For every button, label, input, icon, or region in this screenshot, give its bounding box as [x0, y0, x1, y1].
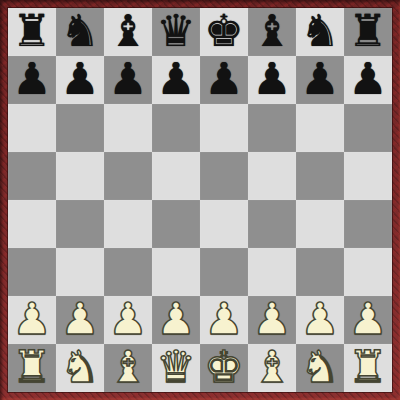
square-e7[interactable]: ♟ — [200, 56, 248, 104]
square-h6[interactable] — [344, 104, 392, 152]
square-g6[interactable] — [296, 104, 344, 152]
piece-white-pawn[interactable]: ♟ — [12, 295, 51, 343]
square-c4[interactable] — [104, 200, 152, 248]
square-c2[interactable]: ♟ — [104, 296, 152, 344]
square-c7[interactable]: ♟ — [104, 56, 152, 104]
square-f3[interactable] — [248, 248, 296, 296]
square-b7[interactable]: ♟ — [56, 56, 104, 104]
square-e8[interactable]: ♚ — [200, 8, 248, 56]
square-a5[interactable] — [8, 152, 56, 200]
piece-black-queen[interactable]: ♛ — [156, 7, 195, 55]
piece-black-pawn[interactable]: ♟ — [348, 55, 387, 103]
board-frame: ♜♞♝♛♚♝♞♜♟♟♟♟♟♟♟♟♟♟♟♟♟♟♟♟♜♞♝♛♚♝♞♜ — [0, 0, 400, 400]
piece-black-bishop[interactable]: ♝ — [108, 7, 147, 55]
square-g2[interactable]: ♟ — [296, 296, 344, 344]
square-e3[interactable] — [200, 248, 248, 296]
square-a3[interactable] — [8, 248, 56, 296]
piece-white-pawn[interactable]: ♟ — [60, 295, 99, 343]
square-f7[interactable]: ♟ — [248, 56, 296, 104]
square-a7[interactable]: ♟ — [8, 56, 56, 104]
square-d4[interactable] — [152, 200, 200, 248]
piece-black-pawn[interactable]: ♟ — [204, 55, 243, 103]
square-c6[interactable] — [104, 104, 152, 152]
square-g5[interactable] — [296, 152, 344, 200]
chess-board: ♜♞♝♛♚♝♞♜♟♟♟♟♟♟♟♟♟♟♟♟♟♟♟♟♜♞♝♛♚♝♞♜ — [8, 8, 392, 392]
square-b4[interactable] — [56, 200, 104, 248]
square-c1[interactable]: ♝ — [104, 344, 152, 392]
square-a6[interactable] — [8, 104, 56, 152]
piece-black-knight[interactable]: ♞ — [300, 7, 339, 55]
square-b1[interactable]: ♞ — [56, 344, 104, 392]
piece-white-rook[interactable]: ♜ — [12, 343, 51, 391]
square-g7[interactable]: ♟ — [296, 56, 344, 104]
square-d5[interactable] — [152, 152, 200, 200]
square-a2[interactable]: ♟ — [8, 296, 56, 344]
piece-white-bishop[interactable]: ♝ — [108, 343, 147, 391]
square-h7[interactable]: ♟ — [344, 56, 392, 104]
piece-white-rook[interactable]: ♜ — [348, 343, 387, 391]
piece-white-knight[interactable]: ♞ — [60, 343, 99, 391]
square-c5[interactable] — [104, 152, 152, 200]
piece-black-king[interactable]: ♚ — [204, 7, 243, 55]
piece-black-pawn[interactable]: ♟ — [108, 55, 147, 103]
square-f6[interactable] — [248, 104, 296, 152]
piece-white-knight[interactable]: ♞ — [300, 343, 339, 391]
piece-white-queen[interactable]: ♛ — [156, 343, 195, 391]
piece-white-pawn[interactable]: ♟ — [204, 295, 243, 343]
square-e5[interactable] — [200, 152, 248, 200]
piece-black-knight[interactable]: ♞ — [60, 7, 99, 55]
square-g8[interactable]: ♞ — [296, 8, 344, 56]
square-h1[interactable]: ♜ — [344, 344, 392, 392]
square-f8[interactable]: ♝ — [248, 8, 296, 56]
piece-black-bishop[interactable]: ♝ — [252, 7, 291, 55]
square-a4[interactable] — [8, 200, 56, 248]
piece-white-pawn[interactable]: ♟ — [156, 295, 195, 343]
piece-white-bishop[interactable]: ♝ — [252, 343, 291, 391]
square-g3[interactable] — [296, 248, 344, 296]
piece-white-king[interactable]: ♚ — [204, 343, 243, 391]
square-f5[interactable] — [248, 152, 296, 200]
piece-black-pawn[interactable]: ♟ — [156, 55, 195, 103]
square-b5[interactable] — [56, 152, 104, 200]
square-b3[interactable] — [56, 248, 104, 296]
square-g4[interactable] — [296, 200, 344, 248]
square-c8[interactable]: ♝ — [104, 8, 152, 56]
piece-black-pawn[interactable]: ♟ — [300, 55, 339, 103]
square-e4[interactable] — [200, 200, 248, 248]
square-d2[interactable]: ♟ — [152, 296, 200, 344]
square-d3[interactable] — [152, 248, 200, 296]
square-a1[interactable]: ♜ — [8, 344, 56, 392]
piece-white-pawn[interactable]: ♟ — [252, 295, 291, 343]
piece-white-pawn[interactable]: ♟ — [300, 295, 339, 343]
square-d8[interactable]: ♛ — [152, 8, 200, 56]
square-b6[interactable] — [56, 104, 104, 152]
square-h3[interactable] — [344, 248, 392, 296]
piece-black-pawn[interactable]: ♟ — [60, 55, 99, 103]
square-c3[interactable] — [104, 248, 152, 296]
square-a8[interactable]: ♜ — [8, 8, 56, 56]
square-d6[interactable] — [152, 104, 200, 152]
square-b8[interactable]: ♞ — [56, 8, 104, 56]
square-e6[interactable] — [200, 104, 248, 152]
square-f2[interactable]: ♟ — [248, 296, 296, 344]
piece-black-pawn[interactable]: ♟ — [252, 55, 291, 103]
square-b2[interactable]: ♟ — [56, 296, 104, 344]
square-h4[interactable] — [344, 200, 392, 248]
square-h5[interactable] — [344, 152, 392, 200]
square-d1[interactable]: ♛ — [152, 344, 200, 392]
piece-black-pawn[interactable]: ♟ — [12, 55, 51, 103]
square-h8[interactable]: ♜ — [344, 8, 392, 56]
piece-white-pawn[interactable]: ♟ — [348, 295, 387, 343]
square-f1[interactable]: ♝ — [248, 344, 296, 392]
square-e1[interactable]: ♚ — [200, 344, 248, 392]
piece-black-rook[interactable]: ♜ — [12, 7, 51, 55]
piece-black-rook[interactable]: ♜ — [348, 7, 387, 55]
square-g1[interactable]: ♞ — [296, 344, 344, 392]
square-h2[interactable]: ♟ — [344, 296, 392, 344]
square-e2[interactable]: ♟ — [200, 296, 248, 344]
piece-white-pawn[interactable]: ♟ — [108, 295, 147, 343]
square-f4[interactable] — [248, 200, 296, 248]
square-d7[interactable]: ♟ — [152, 56, 200, 104]
